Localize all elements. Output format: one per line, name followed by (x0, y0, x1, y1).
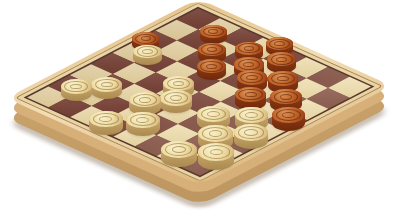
cream-checker[interactable]: ⛀ (235, 107, 268, 123)
red-checker[interactable]: ⛂ (237, 70, 267, 85)
cream-checker[interactable]: ⛀ (160, 90, 192, 105)
red-checker[interactable]: ⛂ (200, 25, 227, 38)
red-checker[interactable]: ⛂ (198, 43, 226, 57)
cream-checker[interactable]: ⛀ (161, 141, 197, 158)
cream-checker[interactable]: ⛀ (234, 124, 269, 141)
cream-checker[interactable]: ⛀ (133, 45, 161, 59)
red-checker[interactable]: ⛂ (235, 42, 263, 55)
red-checker[interactable]: ⛂ (268, 71, 298, 86)
product-photo-stage: ⛂⛂⛂⛂⛂⛀⛂⛂⛂⛂⛂⛀⛀⛀⛂⛂⛀⛀⛀⛀⛂⛀⛀⛀⛀⛀⛀ (0, 0, 400, 217)
cream-checker[interactable]: ⛀ (89, 111, 123, 127)
cream-checker[interactable]: ⛀ (163, 76, 194, 91)
cream-checker[interactable]: ⛀ (198, 125, 233, 142)
cream-checker[interactable]: ⛀ (61, 79, 92, 94)
cream-checker[interactable]: ⛀ (126, 112, 160, 128)
cream-checker[interactable]: ⛀ (198, 143, 234, 160)
pieces-layer: ⛂⛂⛂⛂⛂⛀⛂⛂⛂⛂⛂⛀⛀⛀⛂⛂⛀⛀⛀⛀⛂⛀⛀⛀⛀⛀⛀ (0, 0, 400, 217)
cream-checker[interactable]: ⛀ (91, 77, 122, 92)
cream-checker[interactable]: ⛀ (197, 106, 230, 122)
